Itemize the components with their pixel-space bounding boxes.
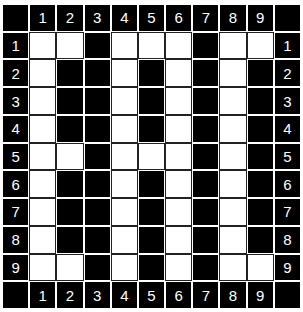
corner-cell	[2, 281, 29, 309]
col-label-top-4: 4	[111, 4, 138, 32]
cell-r7c4-white[interactable]	[111, 198, 138, 226]
cell-r5c3-black[interactable]	[84, 143, 111, 171]
cell-r5c2-white[interactable]	[56, 143, 83, 171]
row-label-right-4: 4	[274, 115, 301, 143]
cell-r3c5-black[interactable]	[138, 87, 165, 115]
cell-r4c4-white[interactable]	[111, 115, 138, 143]
cell-r7c2-black[interactable]	[56, 198, 83, 226]
cell-r3c9-black[interactable]	[247, 87, 274, 115]
row-label-left-6: 6	[2, 170, 29, 198]
row-label-left-5: 5	[2, 143, 29, 171]
col-label-bottom-9: 9	[247, 281, 274, 309]
cell-r5c9-black[interactable]	[247, 143, 274, 171]
puzzle-board: 123456789112233445566778899123456789	[0, 0, 303, 312]
cell-r2c5-black[interactable]	[138, 59, 165, 87]
cell-r9c6-white[interactable]	[165, 254, 192, 282]
row-label-right-2: 2	[274, 59, 301, 87]
cell-r9c2-white[interactable]	[56, 254, 83, 282]
cell-r5c6-white[interactable]	[165, 143, 192, 171]
col-label-top-9: 9	[247, 4, 274, 32]
cell-r1c2-white[interactable]	[56, 32, 83, 60]
cell-r1c6-white[interactable]	[165, 32, 192, 60]
cell-r7c6-white[interactable]	[165, 198, 192, 226]
cell-r9c8-white[interactable]	[219, 254, 246, 282]
corner-cell	[274, 281, 301, 309]
cell-r9c7-black[interactable]	[192, 254, 219, 282]
cell-r5c4-white[interactable]	[111, 143, 138, 171]
cell-r6c1-white[interactable]	[29, 170, 56, 198]
row-label-left-9: 9	[2, 254, 29, 282]
cell-r2c2-black[interactable]	[56, 59, 83, 87]
cell-r8c5-black[interactable]	[138, 226, 165, 254]
cell-r7c3-black[interactable]	[84, 198, 111, 226]
cell-r7c8-white[interactable]	[219, 198, 246, 226]
col-label-bottom-7: 7	[192, 281, 219, 309]
cell-r8c6-white[interactable]	[165, 226, 192, 254]
cell-r1c7-black[interactable]	[192, 32, 219, 60]
cell-r5c8-white[interactable]	[219, 143, 246, 171]
row-label-left-8: 8	[2, 226, 29, 254]
cell-r7c7-black[interactable]	[192, 198, 219, 226]
cell-r3c8-white[interactable]	[219, 87, 246, 115]
cell-r8c4-white[interactable]	[111, 226, 138, 254]
col-label-top-1: 1	[29, 4, 56, 32]
cell-r4c6-white[interactable]	[165, 115, 192, 143]
row-label-right-8: 8	[274, 226, 301, 254]
cell-r5c1-white[interactable]	[29, 143, 56, 171]
col-label-top-5: 5	[138, 4, 165, 32]
cell-r1c9-white[interactable]	[247, 32, 274, 60]
corner-cell	[274, 4, 301, 32]
cell-r7c1-white[interactable]	[29, 198, 56, 226]
col-label-top-7: 7	[192, 4, 219, 32]
row-label-right-3: 3	[274, 87, 301, 115]
cell-r1c5-white[interactable]	[138, 32, 165, 60]
cell-r2c9-black[interactable]	[247, 59, 274, 87]
cell-r5c5-white[interactable]	[138, 143, 165, 171]
cell-r2c8-white[interactable]	[219, 59, 246, 87]
cell-r6c7-black[interactable]	[192, 170, 219, 198]
cell-r3c4-white[interactable]	[111, 87, 138, 115]
cell-r2c6-white[interactable]	[165, 59, 192, 87]
cell-r6c6-white[interactable]	[165, 170, 192, 198]
cell-r9c9-white[interactable]	[247, 254, 274, 282]
cell-r4c5-black[interactable]	[138, 115, 165, 143]
cell-r8c3-black[interactable]	[84, 226, 111, 254]
row-label-left-3: 3	[2, 87, 29, 115]
cell-r4c9-black[interactable]	[247, 115, 274, 143]
corner-cell	[2, 4, 29, 32]
col-label-bottom-1: 1	[29, 281, 56, 309]
col-label-bottom-5: 5	[138, 281, 165, 309]
row-label-left-7: 7	[2, 198, 29, 226]
cell-r2c3-black[interactable]	[84, 59, 111, 87]
cell-r9c3-black[interactable]	[84, 254, 111, 282]
cell-r3c3-black[interactable]	[84, 87, 111, 115]
row-label-right-5: 5	[274, 143, 301, 171]
cell-r6c4-white[interactable]	[111, 170, 138, 198]
col-label-top-2: 2	[56, 4, 83, 32]
row-label-right-7: 7	[274, 198, 301, 226]
cell-r4c1-white[interactable]	[29, 115, 56, 143]
row-label-right-9: 9	[274, 254, 301, 282]
col-label-bottom-3: 3	[84, 281, 111, 309]
cell-r2c7-black[interactable]	[192, 59, 219, 87]
cell-r6c9-black[interactable]	[247, 170, 274, 198]
cell-r3c7-black[interactable]	[192, 87, 219, 115]
cell-r9c1-white[interactable]	[29, 254, 56, 282]
cell-r2c1-white[interactable]	[29, 59, 56, 87]
cell-r4c3-black[interactable]	[84, 115, 111, 143]
cell-r6c8-white[interactable]	[219, 170, 246, 198]
cell-r5c7-black[interactable]	[192, 143, 219, 171]
cell-r2c4-white[interactable]	[111, 59, 138, 87]
cell-r1c4-white[interactable]	[111, 32, 138, 60]
cell-r8c2-black[interactable]	[56, 226, 83, 254]
col-label-bottom-2: 2	[56, 281, 83, 309]
cell-r7c5-black[interactable]	[138, 198, 165, 226]
cell-r3c2-black[interactable]	[56, 87, 83, 115]
cell-r8c1-white[interactable]	[29, 226, 56, 254]
cell-r8c7-black[interactable]	[192, 226, 219, 254]
col-label-top-6: 6	[165, 4, 192, 32]
row-label-left-2: 2	[2, 59, 29, 87]
row-label-left-1: 1	[2, 32, 29, 60]
cell-r1c8-white[interactable]	[219, 32, 246, 60]
col-label-top-3: 3	[84, 4, 111, 32]
cell-r1c1-white[interactable]	[29, 32, 56, 60]
cell-r9c4-white[interactable]	[111, 254, 138, 282]
cell-r6c3-black[interactable]	[84, 170, 111, 198]
cell-r3c1-white[interactable]	[29, 87, 56, 115]
cell-r4c8-white[interactable]	[219, 115, 246, 143]
row-label-left-4: 4	[2, 115, 29, 143]
cell-r6c5-black[interactable]	[138, 170, 165, 198]
cell-r9c5-black[interactable]	[138, 254, 165, 282]
col-label-bottom-6: 6	[165, 281, 192, 309]
col-label-bottom-4: 4	[111, 281, 138, 309]
cell-r4c2-black[interactable]	[56, 115, 83, 143]
cell-r1c3-black[interactable]	[84, 32, 111, 60]
row-label-right-6: 6	[274, 170, 301, 198]
cell-r7c9-black[interactable]	[247, 198, 274, 226]
row-label-right-1: 1	[274, 32, 301, 60]
cell-r4c7-black[interactable]	[192, 115, 219, 143]
col-label-bottom-8: 8	[219, 281, 246, 309]
col-label-top-8: 8	[219, 4, 246, 32]
cell-r8c9-black[interactable]	[247, 226, 274, 254]
cell-r6c2-black[interactable]	[56, 170, 83, 198]
cell-r3c6-white[interactable]	[165, 87, 192, 115]
cell-r8c8-white[interactable]	[219, 226, 246, 254]
